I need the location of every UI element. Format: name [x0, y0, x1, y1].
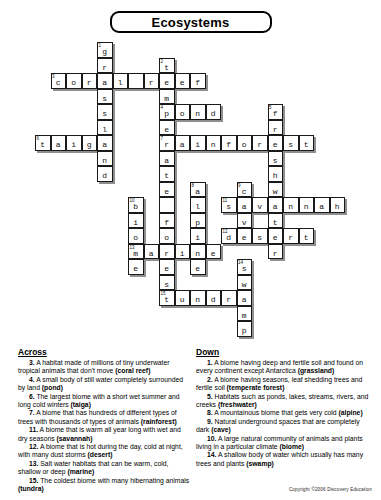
clue-item-15: 15. The coldest biome with many hibernat…	[18, 477, 190, 494]
cell-letter: e	[269, 233, 283, 243]
grid-cell-r6c13[interactable]: o	[237, 135, 253, 151]
cell-letter: l	[191, 202, 205, 212]
cell-letter: r	[160, 140, 174, 150]
clue-item-12: 12. A biome that is hot during the day, …	[18, 443, 190, 460]
clue-answer: (freshwater)	[218, 401, 257, 408]
clue-answer: (taiga)	[71, 401, 91, 408]
clue-item-number: 6.	[29, 393, 35, 400]
cell-letter: e	[160, 187, 174, 197]
cell-letter: i	[191, 140, 205, 150]
grid-cell-r6c0[interactable]: 6t	[35, 135, 51, 151]
cell-letter: s	[98, 94, 112, 104]
clue-item-number: 3.	[29, 359, 35, 366]
cell-letter: e	[160, 264, 174, 274]
grid-cell-r6c8[interactable]: 7r	[159, 135, 175, 151]
clue-item-7: 7. A biome that has hundreds of differen…	[18, 409, 190, 426]
grid-cell-r12c15[interactable]: e	[268, 228, 284, 244]
cell-letter: o	[176, 109, 190, 119]
puzzle-title-box: Ecosystems	[110, 11, 272, 33]
grid-cell-r12c8[interactable]: o	[159, 228, 175, 244]
grid-cell-r1c8[interactable]: 2t	[159, 58, 175, 74]
clue-item-14: 14. A shallow body of water which usuall…	[196, 451, 374, 468]
cell-letter: e	[160, 78, 174, 88]
grid-cell-r10c17[interactable]: n	[299, 197, 315, 213]
cell-letter: r	[145, 78, 159, 88]
cell-letter: c	[238, 187, 252, 197]
clue-item-number: 9.	[207, 418, 213, 425]
cell-letter: i	[67, 140, 81, 150]
clue-item-number: 8.	[207, 409, 213, 416]
grid-cell-r10c19[interactable]: h	[330, 197, 346, 213]
cell-letter: g	[98, 47, 112, 57]
grid-cell-r15c13[interactable]: w	[237, 275, 253, 291]
grid-cell-r15c8[interactable]: s	[159, 275, 175, 291]
clue-answer: (coral reef)	[115, 367, 150, 374]
grid-cell-r2c4[interactable]: a	[97, 73, 113, 89]
clue-item-8: 8. A mountainous biome that gets very co…	[196, 409, 374, 417]
cell-letter: f	[191, 78, 205, 88]
grid-cell-r9c10[interactable]: 8a	[190, 182, 206, 198]
grid-cell-r13c9[interactable]: i	[175, 244, 191, 260]
clue-item-number: 5.	[207, 393, 213, 400]
cell-letter: d	[222, 233, 236, 243]
cell-letter: e	[191, 264, 205, 274]
grid-cell-r13c10[interactable]: n	[190, 244, 206, 260]
grid-cell-r13c6[interactable]: 13m	[128, 244, 144, 260]
grid-cell-r12c17[interactable]: t	[299, 228, 315, 244]
grid-cell-r16c13[interactable]: a	[237, 290, 253, 306]
cell-letter: t	[36, 140, 50, 150]
grid-cell-r10c8[interactable]	[159, 197, 175, 213]
clue-answer: (swamp)	[246, 460, 274, 467]
grid-cell-r7c8[interactable]: a	[159, 151, 175, 167]
grid-cell-r6c16[interactable]: s	[283, 135, 299, 151]
grid-cell-r11c13[interactable]: v	[237, 213, 253, 229]
cell-letter: o	[238, 140, 252, 150]
down-clue-list: 1. A biome having deep and fertile soil …	[196, 359, 374, 468]
grid-cell-r9c15[interactable]: w	[268, 182, 284, 198]
cell-letter: p	[238, 326, 252, 336]
cell-letter: f	[160, 218, 174, 228]
clue-answer: (desert)	[88, 451, 113, 458]
cell-letter: d	[207, 295, 221, 305]
grid-cell-r16c10[interactable]: n	[190, 290, 206, 306]
cell-letter: s	[222, 202, 236, 212]
clue-item-3: 3. A habitat made of millions of tiny un…	[18, 359, 190, 376]
cell-letter: e	[176, 78, 190, 88]
across-header: Across	[18, 347, 190, 357]
cell-letter: h	[269, 171, 283, 181]
cell-letter: s	[284, 140, 298, 150]
cell-letter: v	[238, 218, 252, 228]
cell-letter: a	[191, 187, 205, 197]
grid-cell-r13c11[interactable]: e	[206, 244, 222, 260]
cell-letter: m	[160, 94, 174, 104]
cell-letter: e	[269, 140, 283, 150]
grid-cell-r4c10[interactable]: n	[190, 104, 206, 120]
grid-cell-r3c4[interactable]: s	[97, 89, 113, 105]
clue-item-number: 7.	[29, 409, 35, 416]
grid-cell-r16c12[interactable]: r	[221, 290, 237, 306]
cell-letter: r	[253, 140, 267, 150]
grid-cell-r10c13[interactable]: a	[237, 197, 253, 213]
grid-cell-r14c8[interactable]: e	[159, 259, 175, 275]
down-header: Down	[196, 347, 374, 357]
clue-answer: (marine)	[68, 468, 95, 475]
cell-letter: a	[145, 249, 159, 259]
grid-cell-r8c4[interactable]: d	[97, 166, 113, 182]
cell-letter: b	[129, 202, 143, 212]
cell-letter: r	[269, 249, 283, 259]
grid-cell-r6c3[interactable]: g	[82, 135, 98, 151]
cell-letter: i	[191, 233, 205, 243]
cell-letter: a	[160, 156, 174, 166]
across-clue-list: 3. A habitat made of millions of tiny un…	[18, 359, 190, 494]
grid-cell-r10c10[interactable]: l	[190, 197, 206, 213]
grid-cell-r6c4[interactable]: a	[97, 135, 113, 151]
clue-item-number: 12.	[29, 443, 38, 450]
grid-cell-r2c6[interactable]	[128, 73, 144, 89]
clue-item-5: 5. Habitats such as ponds, lakes, stream…	[196, 393, 374, 410]
clue-answer: (savannah)	[57, 435, 93, 442]
clue-item-number: 14.	[207, 451, 216, 458]
grid-cell-r10c16[interactable]: n	[283, 197, 299, 213]
cell-letter: a	[315, 202, 329, 212]
cell-letter: w	[238, 280, 252, 290]
cell-letter: a	[176, 140, 190, 150]
cell-letter: a	[238, 295, 252, 305]
clue-answer: (rainforest)	[141, 418, 177, 425]
crossword-worksheet: Ecosystems 1gr2t3coralreefsms4pond5fler6…	[0, 0, 381, 500]
cell-letter: e	[238, 233, 252, 243]
cell-letter: t	[160, 63, 174, 73]
cell-letter: o	[67, 78, 81, 88]
clue-answer: (pond)	[42, 384, 63, 391]
grid-cell-r0c4[interactable]: 1g	[97, 42, 113, 58]
cell-letter: r	[98, 63, 112, 73]
cell-letter: t	[160, 171, 174, 181]
cell-letter: a	[98, 78, 112, 88]
cell-letter: s	[269, 156, 283, 166]
grid-cell-r4c8[interactable]: 4p	[159, 104, 175, 120]
grid-cell-r10c6[interactable]: 10b	[128, 197, 144, 213]
grid-cell-r1c4[interactable]: r	[97, 58, 113, 74]
grid-cell-r13c8[interactable]: r	[159, 244, 175, 260]
clue-item-number: 11.	[29, 426, 38, 433]
cell-letter: o	[129, 233, 143, 243]
puzzle-title: Ecosystems	[152, 15, 230, 30]
grid-cell-r11c10[interactable]: p	[190, 213, 206, 229]
cell-letter: s	[253, 233, 267, 243]
cell-letter: n	[191, 249, 205, 259]
cell-letter: t	[160, 295, 174, 305]
clue-answer: (tundra)	[18, 485, 44, 492]
cell-letter: l	[114, 78, 128, 88]
grid-cell-r13c15[interactable]: r	[268, 244, 284, 260]
grid-cell-r8c8[interactable]: t	[159, 166, 175, 182]
grid-cell-r6c2[interactable]: i	[66, 135, 82, 151]
cell-letter: r	[269, 125, 283, 135]
clue-item-11: 11. A biome that is warm all year long w…	[18, 426, 190, 443]
grid-cell-r16c9[interactable]: u	[175, 290, 191, 306]
clue-item-4: 4. A small body of still water completel…	[18, 376, 190, 393]
copyright-footer: Copyright ©2006 Discovery Education	[289, 487, 372, 492]
clue-item-1: 1. A biome having deep and fertile soil …	[196, 359, 374, 376]
clue-answer: (cave)	[211, 426, 231, 433]
grid-cell-r4c4[interactable]: s	[97, 104, 113, 120]
cell-letter: s	[98, 109, 112, 119]
cell-letter: e	[207, 249, 221, 259]
grid-cell-r12c10[interactable]: i	[190, 228, 206, 244]
grid-cell-r16c11[interactable]: d	[206, 290, 222, 306]
cell-letter: v	[253, 202, 267, 212]
grid-cell-r14c13[interactable]: 14s	[237, 259, 253, 275]
grid-cell-r3c8[interactable]: m	[159, 89, 175, 105]
grid-cell-r11c6[interactable]: i	[128, 213, 144, 229]
cell-letter: a	[269, 202, 283, 212]
cell-letter: g	[83, 140, 97, 150]
cell-letter: f	[222, 140, 236, 150]
cell-letter: r	[284, 233, 298, 243]
grid-cell-r5c4[interactable]: l	[97, 120, 113, 136]
clue-answer: (grassland)	[298, 367, 335, 374]
grid-cell-r12c14[interactable]: s	[252, 228, 268, 244]
grid-cell-r4c9[interactable]: o	[175, 104, 191, 120]
cell-letter: e	[160, 125, 174, 135]
grid-cell-r12c13[interactable]: e	[237, 228, 253, 244]
grid-cell-r2c2[interactable]: o	[66, 73, 82, 89]
grid-cell-r7c4[interactable]: n	[97, 151, 113, 167]
cell-letter: r	[83, 78, 97, 88]
grid-cell-r4c11[interactable]: d	[206, 104, 222, 120]
cell-letter: n	[98, 156, 112, 166]
cell-letter: i	[129, 218, 143, 228]
cell-letter: t	[269, 218, 283, 228]
clue-item-13: 13. Salt water habitats that can be warm…	[18, 460, 190, 477]
grid-cell-r17c13[interactable]: m	[237, 306, 253, 322]
grid-cell-r18c13[interactable]: p	[237, 321, 253, 337]
cell-letter: o	[160, 233, 174, 243]
cell-letter: s	[160, 280, 174, 290]
cell-letter: l	[98, 125, 112, 135]
cell-letter: n	[300, 202, 314, 212]
grid-cell-r6c15[interactable]: e	[268, 135, 284, 151]
grid-cell-r6c1[interactable]: a	[51, 135, 67, 151]
grid-cell-r6c9[interactable]: a	[175, 135, 191, 151]
across-clues-column: Across 3. A habitat made of millions of …	[18, 347, 190, 494]
clue-item-10: 10. A large natural community of animals…	[196, 435, 374, 452]
clue-item-6: 6. The largest biome with a short wet su…	[18, 393, 190, 410]
crossword-grid[interactable]: 1gr2t3coralreefsms4pond5fler6taiga7rainf…	[35, 42, 346, 337]
clue-item-number: 4.	[29, 376, 35, 383]
grid-cell-r6c12[interactable]: f	[221, 135, 237, 151]
cell-letter: f	[269, 109, 283, 119]
grid-cell-r9c13[interactable]: 9c	[237, 182, 253, 198]
grid-cell-r14c6[interactable]: e	[128, 259, 144, 275]
cell-letter: e	[129, 264, 143, 274]
clue-item-number: 15.	[29, 477, 38, 484]
clue-item-2: 2. A biome having seasons, leaf shedding…	[196, 376, 374, 393]
cell-letter: a	[98, 140, 112, 150]
cell-letter: m	[238, 311, 252, 321]
cell-letter: c	[52, 78, 66, 88]
clue-item-number: 1.	[207, 359, 213, 366]
grid-cell-r5c15[interactable]: r	[268, 120, 284, 136]
grid-cell-r2c5[interactable]: l	[113, 73, 129, 89]
clue-item-number: 13.	[29, 460, 38, 467]
grid-cell-r2c3[interactable]: r	[82, 73, 98, 89]
cell-letter: a	[238, 202, 252, 212]
cell-letter: t	[300, 233, 314, 243]
clue-item-number: 2.	[207, 376, 213, 383]
cell-letter: s	[238, 264, 252, 274]
cell-letter: m	[129, 249, 143, 259]
cell-letter: t	[300, 140, 314, 150]
cell-letter: n	[191, 295, 205, 305]
cell-letter: a	[52, 140, 66, 150]
clue-item-number: 10.	[207, 435, 216, 442]
grid-cell-r6c17[interactable]: t	[299, 135, 315, 151]
grid-cell-r5c8[interactable]: e	[159, 120, 175, 136]
grid-cell-r13c7[interactable]: a	[144, 244, 160, 260]
grid-cell-r2c1[interactable]: 3c	[51, 73, 67, 89]
grid-cell-r2c10[interactable]: f	[190, 73, 206, 89]
grid-cell-r2c9[interactable]: e	[175, 73, 191, 89]
grid-cell-r4c15[interactable]: 5f	[268, 104, 284, 120]
grid-cell-r6c11[interactable]: n	[206, 135, 222, 151]
grid-cell-r16c8[interactable]: 15t	[159, 290, 175, 306]
grid-cell-r10c12[interactable]: 11s	[221, 197, 237, 213]
grid-cell-r8c15[interactable]: h	[268, 166, 284, 182]
cell-letter: p	[191, 218, 205, 228]
grid-cell-r14c10[interactable]: e	[190, 259, 206, 275]
cell-letter: n	[191, 109, 205, 119]
cell-letter: d	[207, 109, 221, 119]
grid-cell-r12c16[interactable]: r	[283, 228, 299, 244]
grid-cell-r10c14[interactable]: v	[252, 197, 268, 213]
clue-answer: (temperate forest)	[227, 384, 285, 391]
grid-cell-r2c8[interactable]: e	[159, 73, 175, 89]
cell-letter: w	[269, 187, 283, 197]
grid-cell-r2c7[interactable]: r	[144, 73, 160, 89]
grid-cell-r10c15[interactable]: a	[268, 197, 284, 213]
grid-cell-r6c10[interactable]: i	[190, 135, 206, 151]
cell-letter: d	[98, 171, 112, 181]
grid-cell-r10c18[interactable]: a	[314, 197, 330, 213]
clue-item-9: 9. Natural underground spaces that are c…	[196, 418, 374, 435]
cell-letter: i	[176, 249, 190, 259]
grid-cell-r6c14[interactable]: r	[252, 135, 268, 151]
grid-cell-r11c15[interactable]: t	[268, 213, 284, 229]
cell-letter: p	[160, 109, 174, 119]
grid-cell-r12c12[interactable]: 12d	[221, 228, 237, 244]
grid-cell-r11c8[interactable]: f	[159, 213, 175, 229]
cell-letter: u	[176, 295, 190, 305]
cell-letter: h	[331, 202, 345, 212]
grid-cell-r12c6[interactable]: o	[128, 228, 144, 244]
cell-letter: r	[222, 295, 236, 305]
clue-answer: (alpine)	[339, 409, 363, 416]
grid-cell-r7c15[interactable]: s	[268, 151, 284, 167]
cell-letter: n	[284, 202, 298, 212]
down-clues-column: Down 1. A biome having deep and fertile …	[196, 347, 374, 468]
cell-letter: r	[160, 249, 174, 259]
cell-letter: n	[207, 140, 221, 150]
grid-cell-r9c8[interactable]: e	[159, 182, 175, 198]
clue-answer: (biome)	[279, 443, 304, 450]
